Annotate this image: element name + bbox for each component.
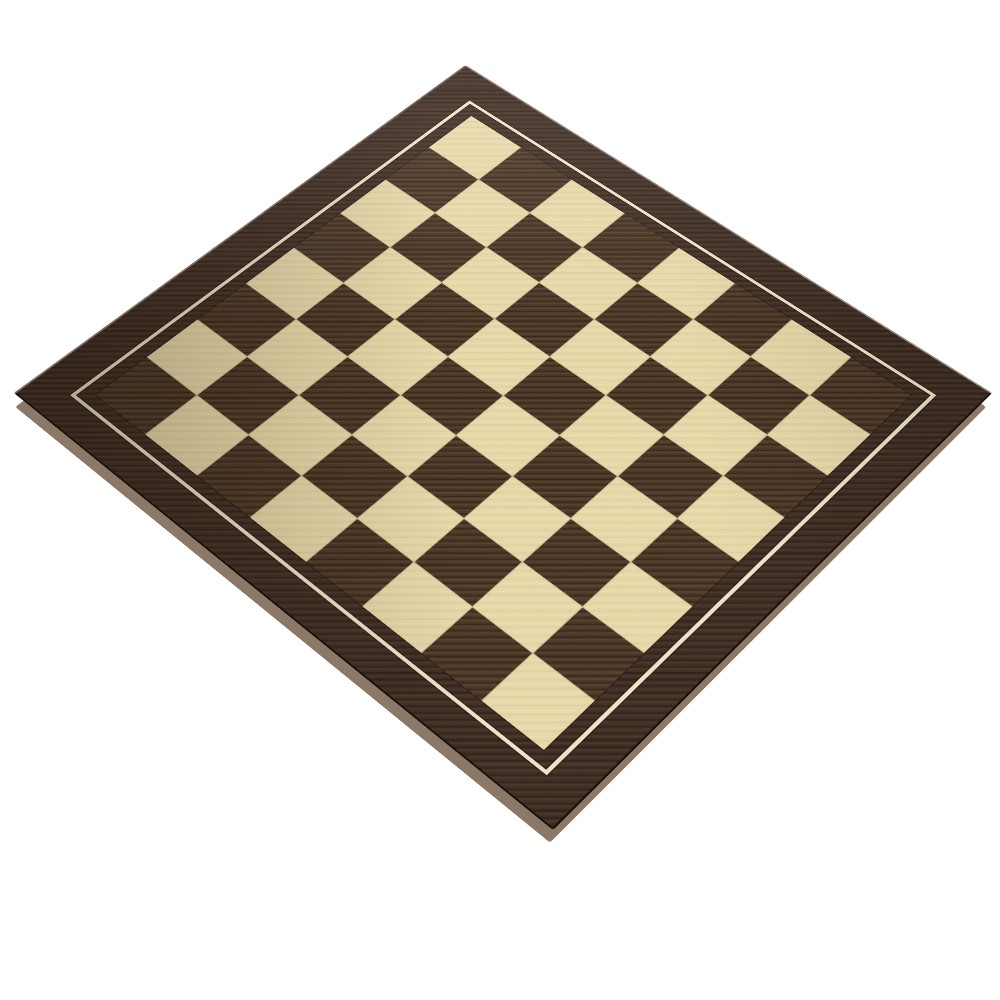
square-g6[interactable] (664, 396, 766, 476)
square-e1[interactable] (306, 519, 413, 606)
square-d3[interactable] (353, 396, 455, 476)
square-f2[interactable] (414, 519, 521, 606)
square-c1[interactable] (198, 435, 302, 517)
square-g2[interactable] (473, 562, 582, 652)
square-f1[interactable] (363, 562, 472, 652)
playing-field (96, 116, 911, 750)
square-g3[interactable] (523, 519, 630, 606)
square-f3[interactable] (465, 476, 570, 561)
square-d2[interactable] (303, 435, 407, 517)
square-h4[interactable] (632, 519, 739, 606)
square-h7[interactable] (768, 396, 870, 476)
board-frame (14, 65, 993, 830)
square-e2[interactable] (358, 476, 463, 561)
square-h2[interactable] (534, 607, 645, 700)
square-d1[interactable] (251, 476, 356, 561)
square-f4[interactable] (513, 435, 617, 517)
square-f5[interactable] (560, 396, 662, 476)
square-e3[interactable] (408, 435, 512, 517)
chess-board (157, 47, 849, 739)
board-3d-tilt (14, 65, 993, 830)
square-g5[interactable] (618, 435, 722, 517)
square-c2[interactable] (249, 396, 351, 476)
square-h1[interactable] (482, 654, 594, 750)
square-h3[interactable] (583, 562, 692, 652)
square-g4[interactable] (571, 476, 676, 561)
square-h6[interactable] (724, 435, 828, 517)
square-e4[interactable] (457, 396, 559, 476)
square-h5[interactable] (678, 476, 783, 561)
square-b1[interactable] (146, 396, 248, 476)
product-photo-backdrop (0, 0, 1000, 1000)
square-g1[interactable] (421, 607, 532, 700)
